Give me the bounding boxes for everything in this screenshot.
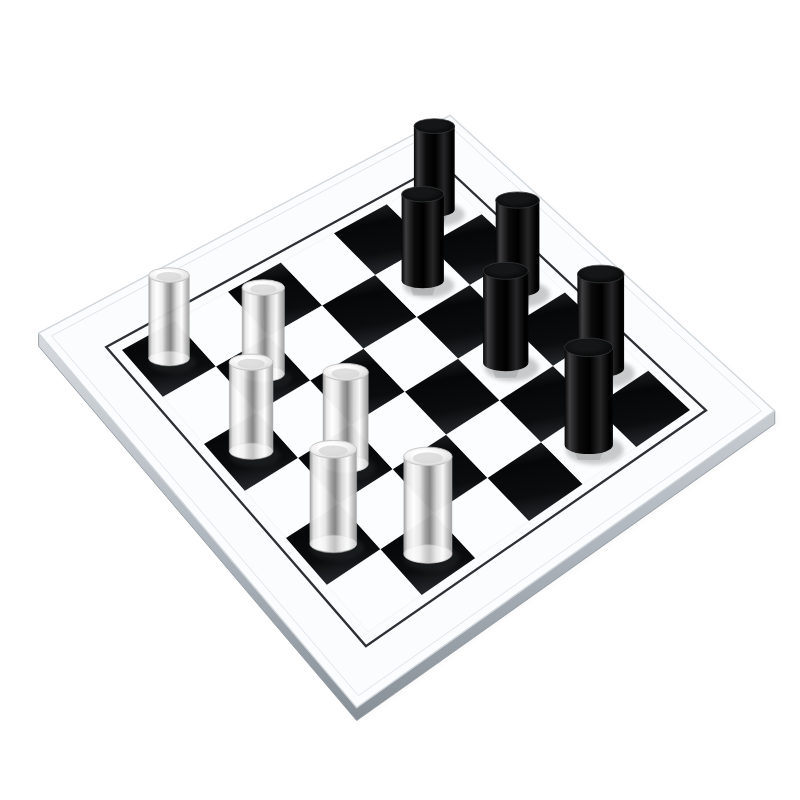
- cylinder-top: [483, 262, 528, 279]
- board-scene: [0, 0, 800, 800]
- cylinder-top: [565, 338, 613, 356]
- cylinder-top: [577, 265, 624, 283]
- clear-piece[interactable]: [404, 447, 460, 571]
- cylinder-top-inner: [238, 359, 265, 369]
- cylinder-top-inner: [332, 368, 360, 379]
- cylinder-top-inner: [413, 452, 443, 463]
- cylinder-top: [496, 192, 540, 208]
- cylinder-top: [414, 119, 455, 134]
- cylinder-top-inner: [250, 284, 276, 294]
- cylinder-top: [402, 186, 444, 202]
- cylinder-body: [402, 194, 444, 288]
- cylinder-base-ring: [229, 443, 273, 459]
- cylinder-body: [565, 347, 613, 454]
- cylinder-top-inner: [156, 272, 181, 281]
- clear-piece[interactable]: [149, 268, 197, 373]
- cylinder-base-ring: [310, 535, 357, 553]
- clear-piece[interactable]: [229, 354, 280, 467]
- product-photo: [0, 0, 800, 800]
- cylinder-top-inner: [319, 445, 348, 456]
- cylinder-base-ring: [404, 545, 452, 563]
- clear-piece[interactable]: [310, 440, 364, 560]
- cylinder-base-ring: [149, 351, 190, 366]
- cylinder-body: [483, 271, 528, 371]
